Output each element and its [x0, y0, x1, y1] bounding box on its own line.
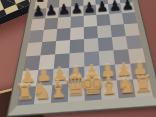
- square-f4[interactable]: [98, 37, 113, 51]
- square-b5[interactable]: [42, 29, 57, 42]
- square-h4[interactable]: [126, 35, 143, 49]
- square-h7[interactable]: ♟: [120, 2, 134, 13]
- square-d5[interactable]: [70, 27, 84, 40]
- square-c5[interactable]: [56, 28, 70, 41]
- board-grid: ♜♞♝♛♚♝♞♜♟♟♟♟♟♟♟♟♟♟♟♟♟♟♟♟♜♞♝♛♚♝♞♜: [8, 0, 156, 116]
- square-e5[interactable]: [84, 26, 98, 39]
- square-b4[interactable]: [40, 41, 56, 55]
- square-h1[interactable]: ♜: [133, 78, 153, 97]
- black-pawn-h7[interactable]: ♟: [114, 0, 142, 13]
- white-rook-h1[interactable]: ♜: [124, 72, 156, 96]
- square-d4[interactable]: [70, 39, 85, 53]
- square-e6[interactable]: [84, 15, 97, 27]
- square-e4[interactable]: [84, 38, 99, 52]
- square-h5[interactable]: [124, 23, 140, 36]
- square-c4[interactable]: [55, 40, 70, 54]
- chess-photo-scene: ♜♞♝♛♚♝♞♜♟♟♟♟♟♟♟♟♟♟♟♟♟♟♟♟♜♞♝♛♚♝♞♜: [0, 0, 156, 117]
- square-g6[interactable]: [109, 13, 124, 25]
- square-f5[interactable]: [97, 25, 112, 38]
- chessboard: ♜♞♝♛♚♝♞♜♟♟♟♟♟♟♟♟♟♟♟♟♟♟♟♟♜♞♝♛♚♝♞♜: [8, 0, 156, 116]
- board-perspective-scene: ♜♞♝♛♚♝♞♜♟♟♟♟♟♟♟♟♟♟♟♟♟♟♟♟♜♞♝♛♚♝♞♜: [0, 0, 156, 117]
